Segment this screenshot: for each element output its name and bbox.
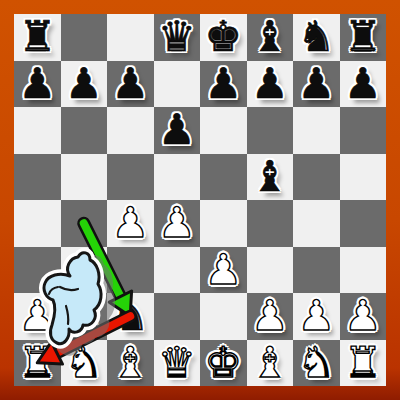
- square-h8[interactable]: ♜: [340, 14, 387, 61]
- square-d7[interactable]: [154, 61, 201, 108]
- piece-black-bishop-f8[interactable]: ♝: [251, 14, 289, 61]
- piece-black-pawn-e7[interactable]: ♟: [204, 61, 242, 108]
- square-h2[interactable]: ♟: [340, 293, 387, 340]
- square-g2[interactable]: ♟: [293, 293, 340, 340]
- piece-white-pawn-b2[interactable]: ♟: [65, 293, 103, 340]
- piece-white-king-e1[interactable]: ♚: [204, 340, 242, 387]
- piece-white-knight-b1[interactable]: ♞: [65, 340, 103, 387]
- square-b6[interactable]: [61, 107, 108, 154]
- square-f4[interactable]: [247, 200, 294, 247]
- square-e5[interactable]: [200, 154, 247, 201]
- square-f2[interactable]: ♟: [247, 293, 294, 340]
- piece-white-pawn-h2[interactable]: ♟: [344, 293, 382, 340]
- piece-black-knight-g8[interactable]: ♞: [297, 14, 335, 61]
- square-c2[interactable]: ♞: [107, 293, 154, 340]
- piece-black-queen-d8[interactable]: ♛: [158, 14, 196, 61]
- square-c8[interactable]: [107, 14, 154, 61]
- square-a1[interactable]: ♜: [14, 340, 61, 387]
- square-g4[interactable]: [293, 200, 340, 247]
- square-e3[interactable]: ♟: [200, 247, 247, 294]
- square-h1[interactable]: ♜: [340, 340, 387, 387]
- piece-black-pawn-g7[interactable]: ♟: [297, 61, 335, 108]
- piece-white-knight-g1[interactable]: ♞: [297, 340, 335, 387]
- square-g7[interactable]: ♟: [293, 61, 340, 108]
- piece-black-rook-h8[interactable]: ♜: [344, 14, 382, 61]
- square-e1[interactable]: ♚: [200, 340, 247, 387]
- piece-white-queen-d1[interactable]: ♛: [158, 340, 196, 387]
- square-h3[interactable]: [340, 247, 387, 294]
- square-a2[interactable]: ♟: [14, 293, 61, 340]
- square-c1[interactable]: ♝: [107, 340, 154, 387]
- square-c6[interactable]: [107, 107, 154, 154]
- square-e6[interactable]: [200, 107, 247, 154]
- board-frame: ♜♛♚♝♞♜♟♟♟♟♟♟♟♟♝♟♟♟♟♟♞♟♟♟♜♞♝♛♚♝♞♜: [0, 0, 400, 400]
- square-b5[interactable]: [61, 154, 108, 201]
- piece-white-pawn-g2[interactable]: ♟: [297, 293, 335, 340]
- square-a8[interactable]: ♜: [14, 14, 61, 61]
- square-h4[interactable]: [340, 200, 387, 247]
- square-a4[interactable]: [14, 200, 61, 247]
- square-e8[interactable]: ♚: [200, 14, 247, 61]
- square-b3[interactable]: [61, 247, 108, 294]
- square-c3[interactable]: [107, 247, 154, 294]
- piece-white-rook-h1[interactable]: ♜: [344, 340, 382, 387]
- square-c4[interactable]: ♟: [107, 200, 154, 247]
- piece-black-king-e8[interactable]: ♚: [204, 14, 242, 61]
- square-f3[interactable]: [247, 247, 294, 294]
- square-g5[interactable]: [293, 154, 340, 201]
- chess-app-window: ♜♛♚♝♞♜♟♟♟♟♟♟♟♟♝♟♟♟♟♟♞♟♟♟♜♞♝♛♚♝♞♜: [0, 0, 400, 400]
- piece-black-knight-c2[interactable]: ♞: [111, 293, 149, 340]
- square-b7[interactable]: ♟: [61, 61, 108, 108]
- piece-black-bishop-f5[interactable]: ♝: [251, 154, 289, 201]
- square-d1[interactable]: ♛: [154, 340, 201, 387]
- piece-white-pawn-d4[interactable]: ♟: [158, 200, 196, 247]
- piece-black-pawn-a7[interactable]: ♟: [18, 61, 56, 108]
- square-f1[interactable]: ♝: [247, 340, 294, 387]
- piece-black-pawn-c7[interactable]: ♟: [111, 61, 149, 108]
- square-d4[interactable]: ♟: [154, 200, 201, 247]
- square-g6[interactable]: [293, 107, 340, 154]
- piece-white-bishop-c1[interactable]: ♝: [111, 340, 149, 387]
- piece-black-pawn-d6[interactable]: ♟: [158, 107, 196, 154]
- square-h7[interactable]: ♟: [340, 61, 387, 108]
- square-b8[interactable]: [61, 14, 108, 61]
- square-e2[interactable]: [200, 293, 247, 340]
- piece-black-pawn-h7[interactable]: ♟: [344, 61, 382, 108]
- piece-black-pawn-f7[interactable]: ♟: [251, 61, 289, 108]
- square-f7[interactable]: ♟: [247, 61, 294, 108]
- piece-white-bishop-f1[interactable]: ♝: [251, 340, 289, 387]
- square-a3[interactable]: [14, 247, 61, 294]
- square-g3[interactable]: [293, 247, 340, 294]
- chess-board[interactable]: ♜♛♚♝♞♜♟♟♟♟♟♟♟♟♝♟♟♟♟♟♞♟♟♟♜♞♝♛♚♝♞♜: [14, 14, 386, 386]
- square-c7[interactable]: ♟: [107, 61, 154, 108]
- square-b1[interactable]: ♞: [61, 340, 108, 387]
- piece-white-pawn-c4[interactable]: ♟: [111, 200, 149, 247]
- piece-white-pawn-f2[interactable]: ♟: [251, 293, 289, 340]
- piece-white-pawn-a2[interactable]: ♟: [18, 293, 56, 340]
- square-f5[interactable]: ♝: [247, 154, 294, 201]
- square-e4[interactable]: [200, 200, 247, 247]
- square-f6[interactable]: [247, 107, 294, 154]
- square-g1[interactable]: ♞: [293, 340, 340, 387]
- square-e7[interactable]: ♟: [200, 61, 247, 108]
- piece-white-pawn-e3[interactable]: ♟: [204, 247, 242, 294]
- square-a5[interactable]: [14, 154, 61, 201]
- square-d8[interactable]: ♛: [154, 14, 201, 61]
- square-c5[interactable]: [107, 154, 154, 201]
- piece-white-rook-a1[interactable]: ♜: [18, 340, 56, 387]
- square-a7[interactable]: ♟: [14, 61, 61, 108]
- square-d3[interactable]: [154, 247, 201, 294]
- square-d5[interactable]: [154, 154, 201, 201]
- square-b4[interactable]: [61, 200, 108, 247]
- square-h5[interactable]: [340, 154, 387, 201]
- piece-black-pawn-b7[interactable]: ♟: [65, 61, 103, 108]
- square-d2[interactable]: [154, 293, 201, 340]
- square-a6[interactable]: [14, 107, 61, 154]
- piece-black-rook-a8[interactable]: ♜: [18, 14, 56, 61]
- square-h6[interactable]: [340, 107, 387, 154]
- square-d6[interactable]: ♟: [154, 107, 201, 154]
- square-g8[interactable]: ♞: [293, 14, 340, 61]
- square-b2[interactable]: ♟: [61, 293, 108, 340]
- square-f8[interactable]: ♝: [247, 14, 294, 61]
